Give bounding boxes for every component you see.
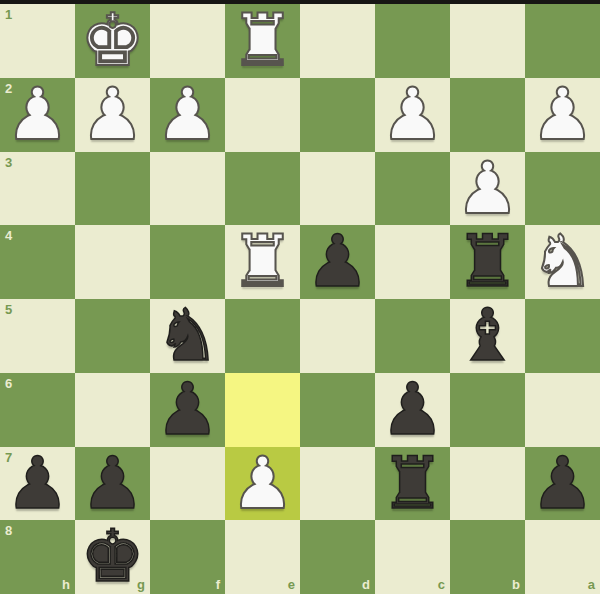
square-g8[interactable]: g♚ <box>75 520 150 594</box>
file-label-e: e <box>288 578 295 591</box>
square-d6[interactable] <box>300 373 375 447</box>
white-pawn-b3[interactable]: ♟ <box>455 152 520 226</box>
square-c3[interactable] <box>375 152 450 226</box>
square-e8[interactable]: e <box>225 520 300 594</box>
chess-app: 1♚♜2♟♟♟♟♟3♟4♜♟♜♞5♞♝6♟♟7♟♟♟♜♟8hg♚fedcba <box>0 0 600 594</box>
white-pawn-e7[interactable]: ♟ <box>230 447 295 521</box>
black-rook-c7[interactable]: ♜ <box>380 447 445 521</box>
rank-label-6: 6 <box>5 377 12 390</box>
square-a2[interactable]: ♟ <box>525 78 600 152</box>
square-d1[interactable] <box>300 4 375 78</box>
square-g5[interactable] <box>75 299 150 373</box>
rank-label-8: 8 <box>5 524 12 537</box>
white-pawn-c2[interactable]: ♟ <box>380 78 445 152</box>
square-c5[interactable] <box>375 299 450 373</box>
black-king-g8[interactable]: ♚ <box>80 520 145 594</box>
square-e7[interactable]: ♟ <box>225 447 300 521</box>
white-pawn-a2[interactable]: ♟ <box>530 78 595 152</box>
square-e1[interactable]: ♜ <box>225 4 300 78</box>
square-b8[interactable]: b <box>450 520 525 594</box>
square-h7[interactable]: 7♟ <box>0 447 75 521</box>
white-rook-e1[interactable]: ♜ <box>230 4 295 78</box>
square-c8[interactable]: c <box>375 520 450 594</box>
square-h4[interactable]: 4 <box>0 225 75 299</box>
square-g7[interactable]: ♟ <box>75 447 150 521</box>
square-f7[interactable] <box>150 447 225 521</box>
black-pawn-c6[interactable]: ♟ <box>380 373 445 447</box>
square-f8[interactable]: f <box>150 520 225 594</box>
square-c7[interactable]: ♜ <box>375 447 450 521</box>
square-c4[interactable] <box>375 225 450 299</box>
rank-label-4: 4 <box>5 229 12 242</box>
square-d5[interactable] <box>300 299 375 373</box>
square-b5[interactable]: ♝ <box>450 299 525 373</box>
black-pawn-g7[interactable]: ♟ <box>80 447 145 521</box>
square-h8[interactable]: 8h <box>0 520 75 594</box>
rank-label-1: 1 <box>5 8 12 21</box>
square-f4[interactable] <box>150 225 225 299</box>
rank-label-5: 5 <box>5 303 12 316</box>
square-f5[interactable]: ♞ <box>150 299 225 373</box>
square-g1[interactable]: ♚ <box>75 4 150 78</box>
square-e5[interactable] <box>225 299 300 373</box>
square-h1[interactable]: 1 <box>0 4 75 78</box>
square-d4[interactable]: ♟ <box>300 225 375 299</box>
white-king-g1[interactable]: ♚ <box>80 4 145 78</box>
square-f6[interactable]: ♟ <box>150 373 225 447</box>
square-h2[interactable]: 2♟ <box>0 78 75 152</box>
square-c2[interactable]: ♟ <box>375 78 450 152</box>
white-pawn-f2[interactable]: ♟ <box>155 78 220 152</box>
square-e3[interactable] <box>225 152 300 226</box>
square-b1[interactable] <box>450 4 525 78</box>
file-label-d: d <box>362 578 370 591</box>
square-b6[interactable] <box>450 373 525 447</box>
black-bishop-b5[interactable]: ♝ <box>455 299 520 373</box>
square-g4[interactable] <box>75 225 150 299</box>
square-c6[interactable]: ♟ <box>375 373 450 447</box>
square-d3[interactable] <box>300 152 375 226</box>
black-knight-f5[interactable]: ♞ <box>155 299 220 373</box>
white-knight-a4[interactable]: ♞ <box>530 225 595 299</box>
square-a4[interactable]: ♞ <box>525 225 600 299</box>
black-pawn-d4[interactable]: ♟ <box>305 225 370 299</box>
black-rook-b4[interactable]: ♜ <box>455 225 520 299</box>
chess-board: 1♚♜2♟♟♟♟♟3♟4♜♟♜♞5♞♝6♟♟7♟♟♟♜♟8hg♚fedcba <box>0 4 600 594</box>
square-a5[interactable] <box>525 299 600 373</box>
square-b3[interactable]: ♟ <box>450 152 525 226</box>
square-d2[interactable] <box>300 78 375 152</box>
square-b4[interactable]: ♜ <box>450 225 525 299</box>
black-pawn-a7[interactable]: ♟ <box>530 447 595 521</box>
white-pawn-h2[interactable]: ♟ <box>5 78 70 152</box>
square-f2[interactable]: ♟ <box>150 78 225 152</box>
square-g2[interactable]: ♟ <box>75 78 150 152</box>
square-b7[interactable] <box>450 447 525 521</box>
square-a6[interactable] <box>525 373 600 447</box>
square-a3[interactable] <box>525 152 600 226</box>
square-b2[interactable] <box>450 78 525 152</box>
square-g3[interactable] <box>75 152 150 226</box>
square-d8[interactable]: d <box>300 520 375 594</box>
square-f1[interactable] <box>150 4 225 78</box>
black-pawn-f6[interactable]: ♟ <box>155 373 220 447</box>
square-d7[interactable] <box>300 447 375 521</box>
file-label-h: h <box>62 578 70 591</box>
square-a8[interactable]: a <box>525 520 600 594</box>
file-label-a: a <box>588 578 595 591</box>
square-h5[interactable]: 5 <box>0 299 75 373</box>
black-pawn-h7[interactable]: ♟ <box>5 447 70 521</box>
square-h3[interactable]: 3 <box>0 152 75 226</box>
square-e4[interactable]: ♜ <box>225 225 300 299</box>
white-rook-e4[interactable]: ♜ <box>230 225 295 299</box>
square-h6[interactable]: 6 <box>0 373 75 447</box>
square-e2[interactable] <box>225 78 300 152</box>
file-label-b: b <box>512 578 520 591</box>
square-f3[interactable] <box>150 152 225 226</box>
square-c1[interactable] <box>375 4 450 78</box>
rank-label-3: 3 <box>5 156 12 169</box>
square-a7[interactable]: ♟ <box>525 447 600 521</box>
square-a1[interactable] <box>525 4 600 78</box>
file-label-c: c <box>438 578 445 591</box>
white-pawn-g2[interactable]: ♟ <box>80 78 145 152</box>
file-label-f: f <box>216 578 220 591</box>
square-g6[interactable] <box>75 373 150 447</box>
square-e6[interactable] <box>225 373 300 447</box>
